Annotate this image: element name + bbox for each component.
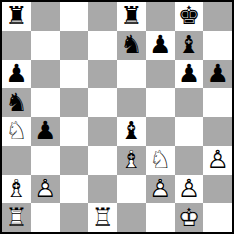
square-c2[interactable] bbox=[60, 175, 89, 204]
square-c1[interactable] bbox=[60, 203, 89, 232]
chess-board: ♜♜♚♞♟♝♟♟♟♞♞♘♟♝♝♗♞♘♟♙♝♗♟♙♟♙♟♙♜♖♜♖♚♔ bbox=[2, 2, 232, 232]
white-piece-outline: ♙ bbox=[34, 175, 56, 203]
square-e3[interactable]: ♝♗ bbox=[117, 146, 146, 175]
square-e5[interactable] bbox=[117, 88, 146, 117]
white-piece-outline: ♙ bbox=[206, 146, 228, 174]
square-a4[interactable]: ♞♘ bbox=[2, 117, 31, 146]
square-d6[interactable] bbox=[88, 60, 117, 89]
white-piece-outline: ♗ bbox=[120, 146, 142, 174]
square-g2[interactable]: ♟♙ bbox=[175, 175, 204, 204]
square-a6[interactable]: ♟ bbox=[2, 60, 31, 89]
square-c8[interactable] bbox=[60, 2, 89, 31]
piece-white-pawn[interactable]: ♟♙ bbox=[34, 175, 56, 203]
square-h6[interactable]: ♟ bbox=[203, 60, 232, 89]
piece-black-knight[interactable]: ♞ bbox=[120, 31, 142, 59]
piece-black-bishop[interactable]: ♝ bbox=[178, 31, 200, 59]
piece-black-knight[interactable]: ♞ bbox=[5, 89, 27, 117]
piece-black-rook[interactable]: ♜ bbox=[120, 2, 142, 30]
square-g7[interactable]: ♝ bbox=[175, 31, 204, 60]
white-piece-outline: ♘ bbox=[149, 146, 171, 174]
square-c5[interactable] bbox=[60, 88, 89, 117]
square-d7[interactable] bbox=[88, 31, 117, 60]
piece-white-bishop[interactable]: ♝♗ bbox=[120, 146, 142, 174]
square-f4[interactable] bbox=[146, 117, 175, 146]
white-piece-outline: ♔ bbox=[178, 203, 200, 231]
square-h7[interactable] bbox=[203, 31, 232, 60]
square-a5[interactable]: ♞ bbox=[2, 88, 31, 117]
square-c6[interactable] bbox=[60, 60, 89, 89]
square-f1[interactable] bbox=[146, 203, 175, 232]
square-g4[interactable] bbox=[175, 117, 204, 146]
square-f5[interactable] bbox=[146, 88, 175, 117]
piece-white-knight[interactable]: ♞♘ bbox=[149, 146, 171, 174]
piece-black-pawn[interactable]: ♟ bbox=[5, 60, 27, 88]
square-h4[interactable] bbox=[203, 117, 232, 146]
square-b7[interactable] bbox=[31, 31, 60, 60]
square-e6[interactable] bbox=[117, 60, 146, 89]
piece-black-pawn[interactable]: ♟ bbox=[149, 31, 171, 59]
white-piece-outline: ♖ bbox=[91, 203, 113, 231]
square-e1[interactable] bbox=[117, 203, 146, 232]
square-g3[interactable] bbox=[175, 146, 204, 175]
square-b3[interactable] bbox=[31, 146, 60, 175]
square-c7[interactable] bbox=[60, 31, 89, 60]
square-a3[interactable] bbox=[2, 146, 31, 175]
square-c4[interactable] bbox=[60, 117, 89, 146]
piece-black-king[interactable]: ♚ bbox=[178, 2, 200, 30]
piece-black-pawn[interactable]: ♟ bbox=[206, 60, 228, 88]
square-b8[interactable] bbox=[31, 2, 60, 31]
piece-white-bishop[interactable]: ♝♗ bbox=[5, 175, 27, 203]
square-d4[interactable] bbox=[88, 117, 117, 146]
white-piece-outline: ♙ bbox=[178, 175, 200, 203]
square-d3[interactable] bbox=[88, 146, 117, 175]
piece-white-pawn[interactable]: ♟♙ bbox=[149, 175, 171, 203]
piece-white-king[interactable]: ♚♔ bbox=[178, 204, 200, 232]
white-piece-outline: ♙ bbox=[149, 175, 171, 203]
square-a2[interactable]: ♝♗ bbox=[2, 175, 31, 204]
square-c3[interactable] bbox=[60, 146, 89, 175]
square-f6[interactable] bbox=[146, 60, 175, 89]
square-d8[interactable] bbox=[88, 2, 117, 31]
square-a8[interactable]: ♜ bbox=[2, 2, 31, 31]
piece-white-rook[interactable]: ♜♖ bbox=[5, 204, 27, 232]
square-a7[interactable] bbox=[2, 31, 31, 60]
square-f7[interactable]: ♟ bbox=[146, 31, 175, 60]
piece-black-pawn[interactable]: ♟ bbox=[34, 117, 56, 145]
square-b4[interactable]: ♟ bbox=[31, 117, 60, 146]
square-f8[interactable] bbox=[146, 2, 175, 31]
chess-diagram: ♜♜♚♞♟♝♟♟♟♞♞♘♟♝♝♗♞♘♟♙♝♗♟♙♟♙♟♙♜♖♜♖♚♔ bbox=[0, 0, 234, 234]
square-g5[interactable] bbox=[175, 88, 204, 117]
square-f2[interactable]: ♟♙ bbox=[146, 175, 175, 204]
square-b6[interactable] bbox=[31, 60, 60, 89]
white-piece-outline: ♘ bbox=[5, 117, 27, 145]
square-g6[interactable]: ♟ bbox=[175, 60, 204, 89]
square-d5[interactable] bbox=[88, 88, 117, 117]
square-f3[interactable]: ♞♘ bbox=[146, 146, 175, 175]
piece-white-pawn[interactable]: ♟♙ bbox=[206, 146, 228, 174]
square-h1[interactable] bbox=[203, 203, 232, 232]
square-e8[interactable]: ♜ bbox=[117, 2, 146, 31]
square-b1[interactable] bbox=[31, 203, 60, 232]
piece-white-rook[interactable]: ♜♖ bbox=[91, 204, 113, 232]
white-piece-outline: ♖ bbox=[5, 203, 27, 231]
piece-black-bishop[interactable]: ♝ bbox=[120, 117, 142, 145]
square-g8[interactable]: ♚ bbox=[175, 2, 204, 31]
square-a1[interactable]: ♜♖ bbox=[2, 203, 31, 232]
square-d2[interactable] bbox=[88, 175, 117, 204]
white-piece-outline: ♗ bbox=[5, 175, 27, 203]
piece-white-pawn[interactable]: ♟♙ bbox=[178, 175, 200, 203]
square-e2[interactable] bbox=[117, 175, 146, 204]
square-e7[interactable]: ♞ bbox=[117, 31, 146, 60]
square-b2[interactable]: ♟♙ bbox=[31, 175, 60, 204]
piece-white-knight[interactable]: ♞♘ bbox=[5, 117, 27, 145]
square-e4[interactable]: ♝ bbox=[117, 117, 146, 146]
square-g1[interactable]: ♚♔ bbox=[175, 203, 204, 232]
piece-black-rook[interactable]: ♜ bbox=[5, 2, 27, 30]
square-d1[interactable]: ♜♖ bbox=[88, 203, 117, 232]
square-h2[interactable] bbox=[203, 175, 232, 204]
square-h5[interactable] bbox=[203, 88, 232, 117]
square-h8[interactable] bbox=[203, 2, 232, 31]
square-h3[interactable]: ♟♙ bbox=[203, 146, 232, 175]
piece-black-pawn[interactable]: ♟ bbox=[178, 60, 200, 88]
square-b5[interactable] bbox=[31, 88, 60, 117]
